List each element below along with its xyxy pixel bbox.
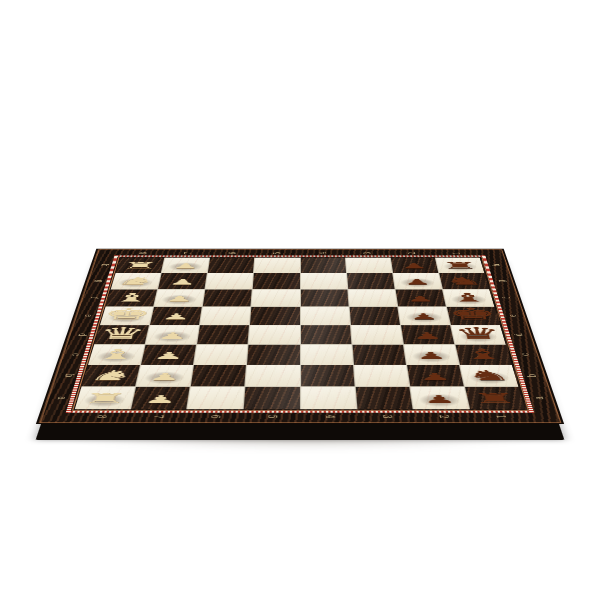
piece-white-knight-g8: ♞ [111,273,161,289]
piece-brown-king-e1: ♚ [447,307,500,325]
brown-bishop-icon: ♝ [443,292,494,304]
white-king-icon: ♚ [100,306,154,322]
rank-label-6-far: 6 [222,246,243,261]
white-pawn-icon: ♟ [147,313,205,321]
piece-white-rook-h8: ♜ [116,258,165,273]
piece-brown-pawn-e2: ♟ [398,307,450,325]
piece-white-pawn-g7: ♟ [158,273,207,289]
chess-set-photo: 8877665544332211hhggffeeddccbbaa ♜♞♝♛♚♝♞… [0,0,600,600]
piece-brown-rook-h1: ♜ [436,258,485,273]
brown-king-icon: ♚ [446,306,500,322]
rank-label-4-far: 4 [312,246,332,261]
white-pawn-icon: ♟ [151,295,207,303]
brown-pawn-icon: ♟ [393,295,449,303]
piece-white-pawn-e7: ♟ [150,307,202,325]
piece-white-pawn-f7: ♟ [154,290,204,307]
chess-board: 8877665544332211hhggffeeddccbbaa ♜♞♝♛♚♝♞… [36,249,564,424]
perspective-scene: 8877665544332211hhggffeeddccbbaa ♜♞♝♛♚♝♞… [0,0,600,600]
white-bishop-icon: ♝ [106,292,157,304]
piece-brown-pawn-f2: ♟ [395,290,445,307]
rank-label-5-far: 5 [267,246,287,261]
brown-pawn-icon: ♟ [395,313,453,321]
piece-white-king-e8: ♚ [100,307,153,325]
white-pawn-icon: ♟ [155,278,209,286]
piece-brown-knight-g1: ♞ [439,273,489,289]
rank-label-3-far: 3 [357,246,378,261]
